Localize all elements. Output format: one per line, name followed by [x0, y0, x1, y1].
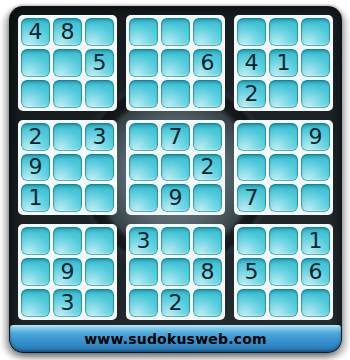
cell-r3c3[interactable]: [85, 80, 114, 108]
cell-r2c9[interactable]: [301, 49, 330, 77]
cell-r6c1[interactable]: 1: [21, 184, 50, 212]
cell-r5c8[interactable]: [269, 154, 298, 182]
cell-r7c9[interactable]: 1: [301, 227, 330, 255]
cell-r9c4[interactable]: [129, 289, 158, 317]
cell-r3c7[interactable]: 2: [237, 80, 266, 108]
cell-r5c7[interactable]: [237, 154, 266, 182]
cell-r7c1[interactable]: [21, 227, 50, 255]
cell-r1c8[interactable]: [269, 18, 298, 46]
cell-r5c6[interactable]: 2: [193, 154, 222, 182]
cell-r1c9[interactable]: [301, 18, 330, 46]
cell-r6c9[interactable]: [301, 184, 330, 212]
box-3-3: 156: [234, 224, 333, 320]
cell-r4c8[interactable]: [269, 123, 298, 151]
cell-r4c3[interactable]: 3: [85, 123, 114, 151]
cell-r8c6[interactable]: 8: [193, 258, 222, 286]
cell-r8c2[interactable]: 9: [53, 258, 82, 286]
cell-r7c5[interactable]: [161, 227, 190, 255]
cell-r9c8[interactable]: [269, 289, 298, 317]
cell-r4c6[interactable]: [193, 123, 222, 151]
cell-r1c3[interactable]: [85, 18, 114, 46]
box-3-1: 93: [18, 224, 117, 320]
cell-r3c9[interactable]: [301, 80, 330, 108]
cell-r8c3[interactable]: [85, 258, 114, 286]
cell-r1c7[interactable]: [237, 18, 266, 46]
cell-r5c1[interactable]: 9: [21, 154, 50, 182]
cell-r4c1[interactable]: 2: [21, 123, 50, 151]
cell-r5c4[interactable]: [129, 154, 158, 182]
box-2-1: 2391: [18, 120, 117, 216]
cell-r2c8[interactable]: 1: [269, 49, 298, 77]
cell-r1c5[interactable]: [161, 18, 190, 46]
cell-r3c5[interactable]: [161, 80, 190, 108]
box-1-3: 412: [234, 15, 333, 111]
cell-r5c2[interactable]: [53, 154, 82, 182]
cell-r1c1[interactable]: 4: [21, 18, 50, 46]
cell-r6c7[interactable]: 7: [237, 184, 266, 212]
cell-r5c3[interactable]: [85, 154, 114, 182]
cell-r2c2[interactable]: [53, 49, 82, 77]
cell-r4c7[interactable]: [237, 123, 266, 151]
cell-r9c9[interactable]: [301, 289, 330, 317]
cell-r7c4[interactable]: 3: [129, 227, 158, 255]
box-2-3: 97: [234, 120, 333, 216]
box-1-1: 485: [18, 15, 117, 111]
cell-r7c2[interactable]: [53, 227, 82, 255]
cell-r4c4[interactable]: [129, 123, 158, 151]
cell-r3c4[interactable]: [129, 80, 158, 108]
cell-r8c9[interactable]: 6: [301, 258, 330, 286]
cell-r6c5[interactable]: 9: [161, 184, 190, 212]
cell-r8c4[interactable]: [129, 258, 158, 286]
cell-r5c9[interactable]: [301, 154, 330, 182]
cell-r1c2[interactable]: 8: [53, 18, 82, 46]
cell-r9c3[interactable]: [85, 289, 114, 317]
cell-r6c6[interactable]: [193, 184, 222, 212]
cell-r2c4[interactable]: [129, 49, 158, 77]
cell-r3c6[interactable]: [193, 80, 222, 108]
cell-r6c4[interactable]: [129, 184, 158, 212]
cell-r2c5[interactable]: [161, 49, 190, 77]
sudoku-board: 485641223917299793382156 www.sudokusweb.…: [9, 6, 342, 353]
footer-bar: www.sudokusweb.com: [10, 325, 341, 352]
sudoku-grid: 485641223917299793382156: [18, 15, 333, 320]
cell-r1c6[interactable]: [193, 18, 222, 46]
cell-r3c8[interactable]: [269, 80, 298, 108]
cell-r9c2[interactable]: 3: [53, 289, 82, 317]
cell-r1c4[interactable]: [129, 18, 158, 46]
cell-r6c2[interactable]: [53, 184, 82, 212]
cell-r5c5[interactable]: [161, 154, 190, 182]
cell-r7c7[interactable]: [237, 227, 266, 255]
cell-r3c1[interactable]: [21, 80, 50, 108]
cell-r2c1[interactable]: [21, 49, 50, 77]
cell-r6c3[interactable]: [85, 184, 114, 212]
cell-r9c1[interactable]: [21, 289, 50, 317]
box-2-2: 729: [126, 120, 225, 216]
cell-r2c6[interactable]: 6: [193, 49, 222, 77]
cell-r8c1[interactable]: [21, 258, 50, 286]
cell-r8c8[interactable]: [269, 258, 298, 286]
cell-r7c6[interactable]: [193, 227, 222, 255]
cell-r3c2[interactable]: [53, 80, 82, 108]
cell-r2c7[interactable]: 4: [237, 49, 266, 77]
cell-r8c7[interactable]: 5: [237, 258, 266, 286]
cell-r7c8[interactable]: [269, 227, 298, 255]
site-url: www.sudokusweb.com: [84, 331, 267, 347]
cell-r9c7[interactable]: [237, 289, 266, 317]
cell-r9c6[interactable]: [193, 289, 222, 317]
cell-r4c2[interactable]: [53, 123, 82, 151]
cell-r4c9[interactable]: 9: [301, 123, 330, 151]
cell-r2c3[interactable]: 5: [85, 49, 114, 77]
cell-r9c5[interactable]: 2: [161, 289, 190, 317]
cell-r7c3[interactable]: [85, 227, 114, 255]
cell-r4c5[interactable]: 7: [161, 123, 190, 151]
box-3-2: 382: [126, 224, 225, 320]
cell-r8c5[interactable]: [161, 258, 190, 286]
cell-r6c8[interactable]: [269, 184, 298, 212]
box-1-2: 6: [126, 15, 225, 111]
